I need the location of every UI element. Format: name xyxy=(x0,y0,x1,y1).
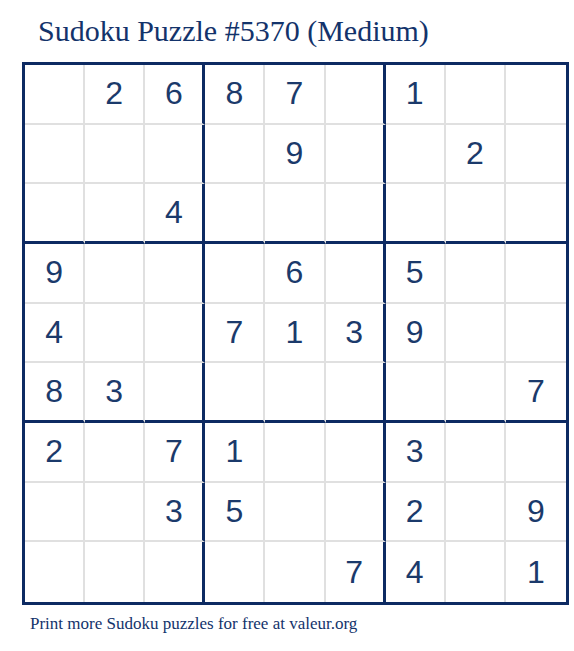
cell-r2c6[interactable] xyxy=(326,125,386,185)
cell-r5c3[interactable] xyxy=(145,304,205,364)
cell-r5c8[interactable] xyxy=(446,304,506,364)
cell-r4c4[interactable] xyxy=(205,244,265,304)
cell-r7c8[interactable] xyxy=(446,423,506,483)
cell-r4c5[interactable]: 6 xyxy=(265,244,325,304)
cell-r8c2[interactable] xyxy=(85,483,145,543)
cell-r8c8[interactable] xyxy=(446,483,506,543)
cell-r3c8[interactable] xyxy=(446,184,506,244)
cell-r1c2[interactable]: 2 xyxy=(85,65,145,125)
cell-r1c1[interactable] xyxy=(25,65,85,125)
cell-r9c8[interactable] xyxy=(446,542,506,602)
cell-r4c8[interactable] xyxy=(446,244,506,304)
cell-r5c9[interactable] xyxy=(506,304,566,364)
sudoku-board: 268719249654713983727133529741 xyxy=(22,62,569,605)
cell-r3c4[interactable] xyxy=(205,184,265,244)
cell-r2c8[interactable]: 2 xyxy=(446,125,506,185)
cell-r6c3[interactable] xyxy=(145,363,205,423)
cell-r6c6[interactable] xyxy=(326,363,386,423)
cell-r9c3[interactable] xyxy=(145,542,205,602)
cell-r5c5[interactable]: 1 xyxy=(265,304,325,364)
cell-r4c3[interactable] xyxy=(145,244,205,304)
cell-r7c1[interactable]: 2 xyxy=(25,423,85,483)
cell-r2c4[interactable] xyxy=(205,125,265,185)
cell-r2c7[interactable] xyxy=(386,125,446,185)
cell-r3c2[interactable] xyxy=(85,184,145,244)
cell-r2c3[interactable] xyxy=(145,125,205,185)
cell-r6c9[interactable]: 7 xyxy=(506,363,566,423)
cell-r7c5[interactable] xyxy=(265,423,325,483)
cell-r3c7[interactable] xyxy=(386,184,446,244)
cell-r3c1[interactable] xyxy=(25,184,85,244)
cell-r3c6[interactable] xyxy=(326,184,386,244)
cell-r9c1[interactable] xyxy=(25,542,85,602)
cell-r6c4[interactable] xyxy=(205,363,265,423)
cell-r3c5[interactable] xyxy=(265,184,325,244)
cell-r8c1[interactable] xyxy=(25,483,85,543)
cell-r9c6[interactable]: 7 xyxy=(326,542,386,602)
cell-r6c7[interactable] xyxy=(386,363,446,423)
cell-r4c6[interactable] xyxy=(326,244,386,304)
cell-r8c9[interactable]: 9 xyxy=(506,483,566,543)
cell-r3c3[interactable]: 4 xyxy=(145,184,205,244)
cell-r2c9[interactable] xyxy=(506,125,566,185)
cell-r9c2[interactable] xyxy=(85,542,145,602)
cell-r7c4[interactable]: 1 xyxy=(205,423,265,483)
cell-r9c9[interactable]: 1 xyxy=(506,542,566,602)
cell-r8c4[interactable]: 5 xyxy=(205,483,265,543)
cell-r5c7[interactable]: 9 xyxy=(386,304,446,364)
cell-r5c2[interactable] xyxy=(85,304,145,364)
cell-r2c5[interactable]: 9 xyxy=(265,125,325,185)
cell-r4c9[interactable] xyxy=(506,244,566,304)
cell-r7c7[interactable]: 3 xyxy=(386,423,446,483)
cell-r6c5[interactable] xyxy=(265,363,325,423)
footer-text: Print more Sudoku puzzles for free at va… xyxy=(30,614,357,634)
cell-r8c6[interactable] xyxy=(326,483,386,543)
cell-r1c8[interactable] xyxy=(446,65,506,125)
cell-r6c1[interactable]: 8 xyxy=(25,363,85,423)
cell-r4c2[interactable] xyxy=(85,244,145,304)
cell-r4c1[interactable]: 9 xyxy=(25,244,85,304)
cell-r5c6[interactable]: 3 xyxy=(326,304,386,364)
cell-r9c5[interactable] xyxy=(265,542,325,602)
cell-r8c5[interactable] xyxy=(265,483,325,543)
cell-r1c4[interactable]: 8 xyxy=(205,65,265,125)
cell-r7c3[interactable]: 7 xyxy=(145,423,205,483)
cell-r1c5[interactable]: 7 xyxy=(265,65,325,125)
cell-r2c1[interactable] xyxy=(25,125,85,185)
cell-r6c8[interactable] xyxy=(446,363,506,423)
cell-r2c2[interactable] xyxy=(85,125,145,185)
cell-r1c7[interactable]: 1 xyxy=(386,65,446,125)
page-title: Sudoku Puzzle #5370 (Medium) xyxy=(38,14,429,48)
cell-r1c9[interactable] xyxy=(506,65,566,125)
cell-r7c2[interactable] xyxy=(85,423,145,483)
cell-r8c3[interactable]: 3 xyxy=(145,483,205,543)
sudoku-page: Sudoku Puzzle #5370 (Medium) 26871924965… xyxy=(0,0,574,651)
cell-r3c9[interactable] xyxy=(506,184,566,244)
cell-r9c7[interactable]: 4 xyxy=(386,542,446,602)
cell-r1c3[interactable]: 6 xyxy=(145,65,205,125)
cell-r5c1[interactable]: 4 xyxy=(25,304,85,364)
cell-r8c7[interactable]: 2 xyxy=(386,483,446,543)
cell-r1c6[interactable] xyxy=(326,65,386,125)
cell-r7c6[interactable] xyxy=(326,423,386,483)
cell-r9c4[interactable] xyxy=(205,542,265,602)
cell-r7c9[interactable] xyxy=(506,423,566,483)
cell-r5c4[interactable]: 7 xyxy=(205,304,265,364)
cell-r6c2[interactable]: 3 xyxy=(85,363,145,423)
cell-r4c7[interactable]: 5 xyxy=(386,244,446,304)
